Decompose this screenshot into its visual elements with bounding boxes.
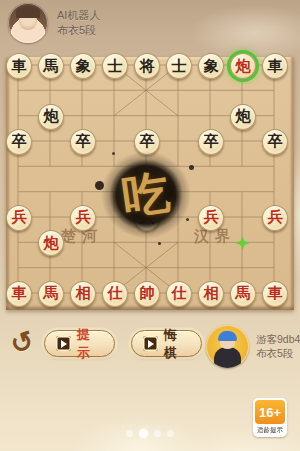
piece-black-general[interactable]: 将 bbox=[134, 53, 160, 79]
cloud-decoration bbox=[190, 5, 300, 60]
piece-red-advisor[interactable]: 仕 bbox=[102, 281, 128, 307]
piece-black-soldier[interactable]: 卒 bbox=[6, 129, 32, 155]
self-player-name: 游客9db4e1 bbox=[256, 332, 300, 346]
pagination-dot bbox=[139, 429, 148, 438]
piece-black-elephant[interactable]: 象 bbox=[70, 53, 96, 79]
piece-black-soldier[interactable]: 卒 bbox=[134, 129, 160, 155]
pagination-dots bbox=[126, 429, 174, 438]
piece-red-soldier[interactable]: 兵 bbox=[262, 205, 288, 231]
piece-red-soldier[interactable]: 兵 bbox=[70, 205, 96, 231]
self-player-rank: 布衣5段 bbox=[256, 346, 300, 360]
piece-black-chariot[interactable]: 車 bbox=[6, 53, 32, 79]
age-rating-badge[interactable]: 16+ 适龄提示 bbox=[253, 398, 287, 437]
play-icon bbox=[143, 336, 158, 351]
opponent-info: AI机器人 布衣5段 bbox=[8, 3, 100, 43]
swirl-menu-icon[interactable]: ↺ bbox=[7, 324, 38, 361]
piece-black-soldier[interactable]: 卒 bbox=[198, 129, 224, 155]
pagination-dot bbox=[154, 430, 161, 437]
piece-red-horse[interactable]: 馬 bbox=[230, 281, 256, 307]
opponent-rank: 布衣5段 bbox=[57, 23, 100, 38]
piece-black-soldier[interactable]: 卒 bbox=[262, 129, 288, 155]
undo-button[interactable]: 悔棋 bbox=[131, 330, 202, 357]
piece-black-advisor[interactable]: 士 bbox=[102, 53, 128, 79]
undo-button-label: 悔棋 bbox=[164, 326, 190, 362]
avatar-cap bbox=[218, 331, 237, 341]
piece-black-elephant[interactable]: 象 bbox=[198, 53, 224, 79]
self-player-info: 游客9db4e1 布衣5段 bbox=[206, 325, 300, 368]
play-icon bbox=[56, 336, 71, 351]
piece-red-elephant[interactable]: 相 bbox=[70, 281, 96, 307]
piece-black-chariot[interactable]: 車 bbox=[262, 53, 288, 79]
piece-black-advisor[interactable]: 士 bbox=[166, 53, 192, 79]
pagination-dot bbox=[126, 430, 133, 437]
piece-red-chariot[interactable]: 車 bbox=[262, 281, 288, 307]
hint-button[interactable]: 提示 bbox=[44, 330, 115, 357]
board-grid bbox=[6, 57, 294, 310]
piece-red-cannon[interactable]: 炮 bbox=[230, 53, 256, 79]
age-rating-number: 16+ bbox=[255, 400, 285, 424]
opponent-avatar bbox=[8, 3, 48, 43]
piece-red-general[interactable]: 帥 bbox=[134, 281, 160, 307]
piece-black-cannon[interactable]: 炮 bbox=[230, 104, 256, 130]
piece-red-soldier[interactable]: 兵 bbox=[134, 205, 160, 231]
opponent-name: AI机器人 bbox=[57, 8, 100, 23]
hint-button-label: 提示 bbox=[77, 326, 103, 362]
piece-red-chariot[interactable]: 車 bbox=[6, 281, 32, 307]
piece-red-elephant[interactable]: 相 bbox=[198, 281, 224, 307]
piece-black-soldier[interactable]: 卒 bbox=[70, 129, 96, 155]
age-rating-label: 适龄提示 bbox=[256, 425, 284, 434]
piece-red-horse[interactable]: 馬 bbox=[38, 281, 64, 307]
game-screen: AI机器人 布衣5段 bbox=[0, 0, 300, 451]
piece-red-soldier[interactable]: 兵 bbox=[198, 205, 224, 231]
piece-black-cannon[interactable]: 炮 bbox=[38, 104, 64, 130]
piece-red-advisor[interactable]: 仕 bbox=[166, 281, 192, 307]
avatar-body bbox=[214, 347, 241, 368]
piece-red-soldier[interactable]: 兵 bbox=[6, 205, 32, 231]
xiangqi-board[interactable]: 楚河 汉界 車馬象士将士象炮車炮炮卒卒卒卒卒兵兵兵兵兵炮車馬相仕帥仕相馬車 吃 bbox=[6, 57, 294, 310]
pagination-dot bbox=[167, 430, 174, 437]
self-avatar bbox=[206, 325, 249, 368]
piece-black-horse[interactable]: 馬 bbox=[38, 53, 64, 79]
